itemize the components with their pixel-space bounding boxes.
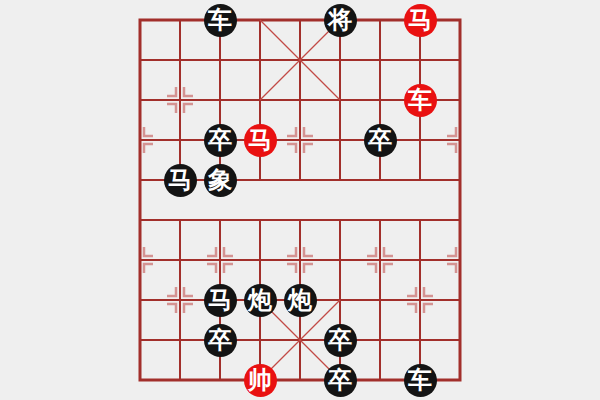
piece-black-soldier[interactable]: 卒 [324,324,357,357]
piece-black-soldier[interactable]: 卒 [324,364,357,397]
piece-red-horse[interactable]: 马 [404,4,437,37]
piece-black-soldier[interactable]: 卒 [364,124,397,157]
piece-black-cannon[interactable]: 炮 [244,284,277,317]
piece-black-soldier[interactable]: 卒 [204,124,237,157]
piece-black-horse[interactable]: 马 [164,164,197,197]
piece-black-elephant[interactable]: 象 [204,164,237,197]
piece-red-king[interactable]: 帅 [244,364,277,397]
piece-red-chariot[interactable]: 车 [404,84,437,117]
piece-black-chariot[interactable]: 车 [404,364,437,397]
xiangqi-pieces-layer[interactable]: 车将马车卒马卒马象马炮炮卒卒帅卒车 [120,0,480,400]
piece-black-soldier[interactable]: 卒 [204,324,237,357]
piece-red-horse[interactable]: 马 [244,124,277,157]
piece-black-cannon[interactable]: 炮 [284,284,317,317]
piece-black-general[interactable]: 将 [324,4,357,37]
piece-black-horse[interactable]: 马 [204,284,237,317]
xiangqi-screenshot: 车将马车卒马卒马象马炮炮卒卒帅卒车 [0,0,600,400]
piece-black-chariot[interactable]: 车 [204,4,237,37]
